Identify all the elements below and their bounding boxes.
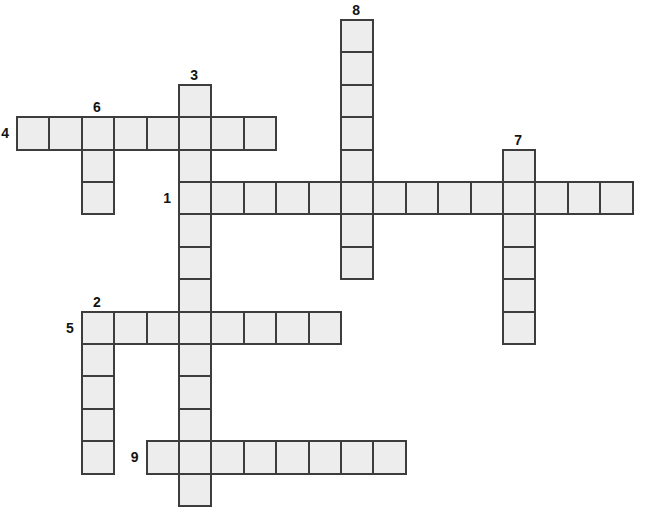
crossword-cell[interactable]: [599, 181, 633, 215]
crossword-cell[interactable]: [146, 311, 180, 345]
crossword-cell[interactable]: [340, 246, 374, 280]
crossword-cell[interactable]: [178, 213, 212, 247]
clue-number-8: 8: [340, 2, 372, 18]
crossword-cell[interactable]: [372, 440, 406, 474]
crossword-cell[interactable]: [502, 213, 536, 247]
crossword-cell[interactable]: [340, 181, 374, 215]
crossword-board: 415983672: [0, 0, 654, 524]
crossword-cell[interactable]: [113, 116, 147, 150]
clue-number-1: 1: [156, 181, 176, 213]
crossword-cell[interactable]: [178, 84, 212, 118]
crossword-cell[interactable]: [178, 149, 212, 183]
crossword-cell[interactable]: [275, 440, 309, 474]
crossword-cell[interactable]: [340, 19, 374, 53]
crossword-cell[interactable]: [243, 440, 277, 474]
crossword-cell[interactable]: [340, 149, 374, 183]
crossword-cell[interactable]: [178, 116, 212, 150]
crossword-cell[interactable]: [340, 213, 374, 247]
crossword-cell[interactable]: [502, 149, 536, 183]
crossword-cell[interactable]: [210, 181, 244, 215]
crossword-cell[interactable]: [81, 149, 115, 183]
crossword-cell[interactable]: [178, 246, 212, 280]
crossword-cell[interactable]: [437, 181, 471, 215]
crossword-cell[interactable]: [146, 116, 180, 150]
crossword-cell[interactable]: [178, 440, 212, 474]
crossword-cell[interactable]: [81, 116, 115, 150]
clue-number-6: 6: [81, 99, 113, 115]
crossword-puzzle: 415983672: [0, 0, 654, 524]
crossword-cell[interactable]: [308, 440, 342, 474]
crossword-cell[interactable]: [178, 181, 212, 215]
crossword-cell[interactable]: [502, 311, 536, 345]
crossword-cell[interactable]: [308, 311, 342, 345]
crossword-cell[interactable]: [243, 181, 277, 215]
crossword-cell[interactable]: [178, 408, 212, 442]
crossword-cell[interactable]: [178, 473, 212, 507]
crossword-cell[interactable]: [405, 181, 439, 215]
crossword-cell[interactable]: [308, 181, 342, 215]
crossword-cell[interactable]: [275, 181, 309, 215]
crossword-cell[interactable]: [178, 343, 212, 377]
crossword-cell[interactable]: [502, 181, 536, 215]
crossword-cell[interactable]: [210, 440, 244, 474]
crossword-cell[interactable]: [81, 375, 115, 409]
crossword-cell[interactable]: [567, 181, 601, 215]
crossword-cell[interactable]: [48, 116, 82, 150]
clue-number-2: 2: [81, 294, 113, 310]
clue-number-7: 7: [502, 132, 534, 148]
crossword-cell[interactable]: [81, 311, 115, 345]
crossword-cell[interactable]: [275, 311, 309, 345]
crossword-cell[interactable]: [81, 343, 115, 377]
crossword-cell[interactable]: [470, 181, 504, 215]
clue-number-3: 3: [178, 67, 210, 83]
crossword-cell[interactable]: [210, 311, 244, 345]
crossword-cell[interactable]: [81, 181, 115, 215]
crossword-cell[interactable]: [178, 375, 212, 409]
crossword-cell[interactable]: [340, 116, 374, 150]
crossword-cell[interactable]: [340, 440, 374, 474]
crossword-cell[interactable]: [146, 440, 180, 474]
crossword-cell[interactable]: [81, 408, 115, 442]
crossword-cell[interactable]: [113, 311, 147, 345]
crossword-cell[interactable]: [81, 440, 115, 474]
crossword-cell[interactable]: [534, 181, 568, 215]
clue-number-4: 4: [0, 116, 14, 148]
crossword-cell[interactable]: [502, 278, 536, 312]
crossword-cell[interactable]: [340, 51, 374, 85]
crossword-cell[interactable]: [243, 116, 277, 150]
clue-number-5: 5: [59, 311, 79, 343]
crossword-cell[interactable]: [340, 84, 374, 118]
crossword-cell[interactable]: [16, 116, 50, 150]
crossword-cell[interactable]: [178, 311, 212, 345]
crossword-cell[interactable]: [210, 116, 244, 150]
crossword-cell[interactable]: [372, 181, 406, 215]
clue-number-9: 9: [124, 440, 144, 472]
crossword-cell[interactable]: [243, 311, 277, 345]
crossword-cell[interactable]: [178, 278, 212, 312]
crossword-cell[interactable]: [502, 246, 536, 280]
